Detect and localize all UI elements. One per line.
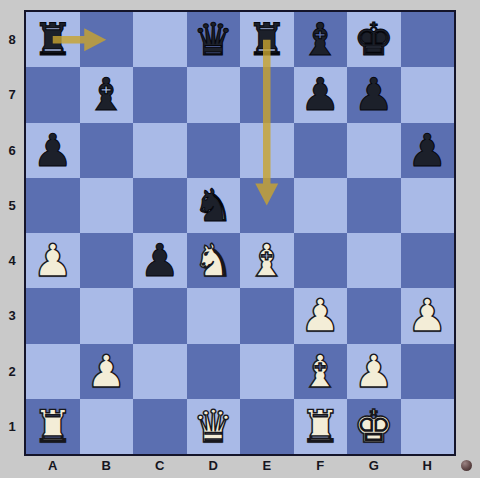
square-e4[interactable]: ♝	[240, 233, 294, 288]
rank-label-7: 7	[0, 67, 24, 122]
square-f3[interactable]: ♟	[294, 288, 348, 343]
rank-label-3: 3	[0, 288, 24, 343]
square-h8[interactable]	[401, 12, 455, 67]
square-b4[interactable]	[80, 233, 134, 288]
file-label-h: H	[401, 455, 455, 477]
file-label-b: B	[80, 455, 134, 477]
black-pawn[interactable]: ♟	[294, 67, 348, 122]
square-d4[interactable]: ♞	[187, 233, 241, 288]
square-b1[interactable]	[80, 399, 134, 454]
file-label-e: E	[240, 455, 294, 477]
square-d8[interactable]: ♛	[187, 12, 241, 67]
square-d7[interactable]	[187, 67, 241, 122]
square-e8[interactable]: ♜	[240, 12, 294, 67]
square-h1[interactable]	[401, 399, 455, 454]
square-a2[interactable]	[26, 344, 80, 399]
white-king[interactable]: ♚	[347, 399, 401, 454]
file-labels: ABCDEFGH	[26, 455, 454, 477]
square-h5[interactable]	[401, 178, 455, 233]
white-queen[interactable]: ♛	[187, 399, 241, 454]
square-c4[interactable]: ♟	[133, 233, 187, 288]
black-pawn[interactable]: ♟	[26, 123, 80, 178]
square-f1[interactable]: ♜	[294, 399, 348, 454]
square-g8[interactable]: ♚	[347, 12, 401, 67]
black-pawn[interactable]: ♟	[133, 233, 187, 288]
rank-label-4: 4	[0, 233, 24, 288]
white-pawn[interactable]: ♟	[347, 344, 401, 399]
white-rook[interactable]: ♜	[26, 399, 80, 454]
square-f7[interactable]: ♟	[294, 67, 348, 122]
square-g6[interactable]	[347, 123, 401, 178]
white-bishop[interactable]: ♝	[294, 344, 348, 399]
white-pawn[interactable]: ♟	[401, 288, 455, 343]
square-a4[interactable]: ♟	[26, 233, 80, 288]
white-pawn[interactable]: ♟	[26, 233, 80, 288]
board-grid: ♜♛♜♝♚♝♟♟♟♟♞♟♟♞♝♟♟♟♝♟♜♛♜♚	[26, 12, 454, 454]
rank-labels: 87654321	[0, 12, 24, 454]
square-h4[interactable]	[401, 233, 455, 288]
white-bishop[interactable]: ♝	[240, 233, 294, 288]
black-pawn[interactable]: ♟	[401, 123, 455, 178]
square-d6[interactable]	[187, 123, 241, 178]
square-a6[interactable]: ♟	[26, 123, 80, 178]
square-d1[interactable]: ♛	[187, 399, 241, 454]
square-e3[interactable]	[240, 288, 294, 343]
corner-indicator-dot	[461, 460, 472, 471]
square-c7[interactable]	[133, 67, 187, 122]
white-rook[interactable]: ♜	[294, 399, 348, 454]
square-c5[interactable]	[133, 178, 187, 233]
square-c2[interactable]	[133, 344, 187, 399]
rank-label-6: 6	[0, 123, 24, 178]
black-bishop[interactable]: ♝	[80, 67, 134, 122]
square-g4[interactable]	[347, 233, 401, 288]
square-b6[interactable]	[80, 123, 134, 178]
square-g3[interactable]	[347, 288, 401, 343]
white-knight[interactable]: ♞	[187, 233, 241, 288]
square-f5[interactable]	[294, 178, 348, 233]
square-d3[interactable]	[187, 288, 241, 343]
square-h7[interactable]	[401, 67, 455, 122]
black-rook[interactable]: ♜	[240, 12, 294, 67]
square-a8[interactable]: ♜	[26, 12, 80, 67]
white-pawn[interactable]: ♟	[294, 288, 348, 343]
square-h6[interactable]: ♟	[401, 123, 455, 178]
square-g7[interactable]: ♟	[347, 67, 401, 122]
black-king[interactable]: ♚	[347, 12, 401, 67]
black-pawn[interactable]: ♟	[347, 67, 401, 122]
square-c6[interactable]	[133, 123, 187, 178]
square-b8[interactable]	[80, 12, 134, 67]
black-knight[interactable]: ♞	[187, 178, 241, 233]
square-g1[interactable]: ♚	[347, 399, 401, 454]
square-h3[interactable]: ♟	[401, 288, 455, 343]
square-b3[interactable]	[80, 288, 134, 343]
square-g5[interactable]	[347, 178, 401, 233]
square-e2[interactable]	[240, 344, 294, 399]
square-c8[interactable]	[133, 12, 187, 67]
file-label-c: C	[133, 455, 187, 477]
square-b7[interactable]: ♝	[80, 67, 134, 122]
square-b5[interactable]	[80, 178, 134, 233]
black-queen[interactable]: ♛	[187, 12, 241, 67]
chess-board: ♜♛♜♝♚♝♟♟♟♟♞♟♟♞♝♟♟♟♝♟♜♛♜♚	[24, 10, 456, 456]
square-g2[interactable]: ♟	[347, 344, 401, 399]
square-d5[interactable]: ♞	[187, 178, 241, 233]
square-c1[interactable]	[133, 399, 187, 454]
square-h2[interactable]	[401, 344, 455, 399]
square-a3[interactable]	[26, 288, 80, 343]
square-b2[interactable]: ♟	[80, 344, 134, 399]
chess-app: 87654321 ♜♛♜♝♚♝♟♟♟♟♞♟♟♞♝♟♟♟♝♟♜♛♜♚ ABCDEF…	[0, 0, 480, 478]
square-e5[interactable]	[240, 178, 294, 233]
square-a7[interactable]	[26, 67, 80, 122]
black-bishop[interactable]: ♝	[294, 12, 348, 67]
square-a5[interactable]	[26, 178, 80, 233]
rank-label-1: 1	[0, 399, 24, 454]
square-c3[interactable]	[133, 288, 187, 343]
file-label-g: G	[347, 455, 401, 477]
file-label-a: A	[26, 455, 80, 477]
rank-label-2: 2	[0, 344, 24, 399]
file-label-f: F	[294, 455, 348, 477]
square-d2[interactable]	[187, 344, 241, 399]
black-rook[interactable]: ♜	[26, 12, 80, 67]
square-f4[interactable]	[294, 233, 348, 288]
square-e7[interactable]	[240, 67, 294, 122]
square-f6[interactable]	[294, 123, 348, 178]
rank-label-8: 8	[0, 12, 24, 67]
square-e1[interactable]	[240, 399, 294, 454]
white-pawn[interactable]: ♟	[80, 344, 134, 399]
square-f8[interactable]: ♝	[294, 12, 348, 67]
file-label-d: D	[187, 455, 241, 477]
square-a1[interactable]: ♜	[26, 399, 80, 454]
square-f2[interactable]: ♝	[294, 344, 348, 399]
square-e6[interactable]	[240, 123, 294, 178]
rank-label-5: 5	[0, 178, 24, 233]
